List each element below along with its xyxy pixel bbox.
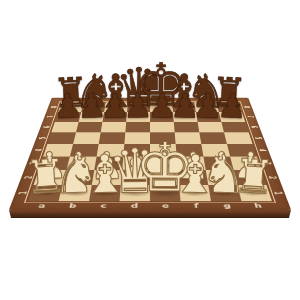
square-b2	[63, 170, 95, 185]
square-d2	[121, 170, 150, 185]
square-f4	[176, 144, 204, 157]
board-front-edge	[9, 210, 291, 218]
square-e7	[150, 111, 174, 121]
square-g6	[198, 121, 224, 132]
square-d6	[125, 121, 150, 132]
file-label-d: d	[119, 202, 150, 208]
square-d8	[127, 102, 150, 111]
square-b7	[79, 111, 104, 121]
square-e8	[150, 102, 173, 111]
square-b6	[76, 121, 102, 132]
square-e1	[150, 185, 180, 201]
square-b1	[59, 185, 92, 201]
square-c1	[89, 185, 121, 201]
square-d3	[122, 156, 150, 170]
square-a3	[39, 156, 70, 170]
square-c2	[92, 170, 122, 185]
square-g1	[208, 185, 241, 201]
square-g7	[196, 111, 221, 121]
square-h5	[224, 132, 253, 144]
square-h3	[230, 156, 261, 170]
square-c4	[97, 144, 125, 157]
square-a1	[28, 185, 63, 201]
square-g2	[206, 170, 238, 185]
square-d5	[124, 132, 150, 144]
square-a4	[43, 144, 73, 157]
square-g8	[194, 102, 218, 111]
square-b4	[70, 144, 99, 157]
square-h2	[234, 170, 267, 185]
square-d7	[126, 111, 150, 121]
file-label-a: a	[25, 202, 58, 208]
square-c8	[104, 102, 128, 111]
square-h6	[221, 121, 248, 132]
square-a8	[58, 102, 83, 111]
board-squares-grid	[28, 102, 272, 201]
chess-set-photo: abcdefgh 87654321 87654321 ♜♞♝♛♚♝♞♜♟♟♟♟♟…	[0, 0, 300, 300]
square-e2	[150, 170, 179, 185]
square-e4	[150, 144, 177, 157]
square-f3	[177, 156, 206, 170]
file-label-f: f	[181, 202, 213, 208]
square-c6	[101, 121, 127, 132]
square-f1	[179, 185, 211, 201]
square-e3	[150, 156, 178, 170]
square-f5	[175, 132, 202, 144]
square-g3	[203, 156, 233, 170]
square-c5	[99, 132, 126, 144]
square-h8	[216, 102, 241, 111]
file-labels-bottom: abcdefgh	[25, 201, 275, 209]
square-f2	[178, 170, 208, 185]
chess-board: abcdefgh 87654321 87654321	[9, 97, 292, 209]
square-a5	[47, 132, 76, 144]
square-e5	[150, 132, 176, 144]
square-d1	[120, 185, 150, 201]
square-g4	[201, 144, 230, 157]
file-label-e: e	[150, 202, 181, 208]
square-b8	[81, 102, 105, 111]
square-h4	[227, 144, 257, 157]
square-a7	[55, 111, 81, 121]
square-b5	[73, 132, 101, 144]
square-e6	[150, 121, 175, 132]
square-g5	[199, 132, 227, 144]
square-a2	[34, 170, 67, 185]
square-c7	[102, 111, 127, 121]
square-h7	[219, 111, 245, 121]
square-h1	[237, 185, 272, 201]
square-c3	[94, 156, 123, 170]
file-label-b: b	[57, 202, 89, 208]
square-d4	[123, 144, 150, 157]
square-a6	[51, 121, 78, 132]
file-label-h: h	[242, 202, 275, 208]
square-b3	[66, 156, 96, 170]
file-label-g: g	[211, 202, 243, 208]
square-f6	[174, 121, 200, 132]
file-label-c: c	[88, 202, 120, 208]
square-f8	[172, 102, 196, 111]
square-f7	[173, 111, 198, 121]
